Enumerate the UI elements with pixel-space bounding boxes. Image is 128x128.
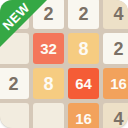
tile-2-r3c1: 2 [0,68,29,99]
empty-cell-r4c2 [33,103,64,128]
tile-4-r4c4: 4 [103,103,128,128]
tile-2-r1c3: 2 [68,0,99,29]
tile-2-r2c4: 2 [103,33,128,64]
empty-cell-r4c1 [0,103,29,128]
tile-8-r3c2: 8 [33,68,64,99]
tile-16-r3c4: 16 [103,68,128,99]
2048-app-icon[interactable]: 2243282286416164 NEW [0,0,128,128]
tile-64-r3c3: 64 [68,68,99,99]
screenshot: 2243282286416164 NEW [0,0,128,128]
tile-8-r2c3: 8 [68,33,99,64]
tile-16-r4c3: 16 [68,103,99,128]
tile-4-r1c4: 4 [103,0,128,29]
